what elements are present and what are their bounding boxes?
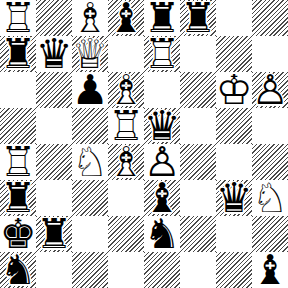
square-h6[interactable]: ♟♙ xyxy=(252,72,288,108)
piece-black-queen: ♛♛ xyxy=(216,180,252,216)
square-b6[interactable] xyxy=(36,72,72,108)
square-c3[interactable] xyxy=(72,180,108,216)
square-f2[interactable] xyxy=(180,216,216,252)
square-g8[interactable] xyxy=(216,0,252,36)
square-b4[interactable] xyxy=(36,144,72,180)
piece-black-rook: ♜♜ xyxy=(0,36,36,72)
piece-white-bishop: ♝♗ xyxy=(108,144,144,180)
square-g1[interactable] xyxy=(216,252,252,288)
piece-glyph: ♜ xyxy=(36,216,72,252)
piece-glyph: ♗ xyxy=(108,144,144,180)
square-f3[interactable] xyxy=(180,180,216,216)
square-a1[interactable]: ♞♞ xyxy=(0,252,36,288)
square-b1[interactable] xyxy=(36,252,72,288)
piece-glyph: ♘ xyxy=(72,144,108,180)
square-g2[interactable] xyxy=(216,216,252,252)
piece-black-knight: ♞♞ xyxy=(0,252,36,288)
square-c1[interactable] xyxy=(72,252,108,288)
piece-glyph: ♝ xyxy=(108,0,144,36)
piece-white-king: ♚♔ xyxy=(216,72,252,108)
piece-glyph: ♛ xyxy=(216,180,252,216)
piece-glyph: ♝ xyxy=(252,252,288,288)
square-h5[interactable] xyxy=(252,108,288,144)
square-b5[interactable] xyxy=(36,108,72,144)
piece-glyph: ♘ xyxy=(252,180,288,216)
square-c2[interactable] xyxy=(72,216,108,252)
square-e7[interactable]: ♜♖ xyxy=(144,36,180,72)
piece-black-rook: ♜♜ xyxy=(36,216,72,252)
square-d2[interactable] xyxy=(108,216,144,252)
square-f5[interactable] xyxy=(180,108,216,144)
piece-glyph: ♞ xyxy=(144,216,180,252)
square-d3[interactable] xyxy=(108,180,144,216)
piece-glyph: ♜ xyxy=(180,0,216,36)
square-a7[interactable]: ♜♜ xyxy=(0,36,36,72)
piece-black-knight: ♞♞ xyxy=(144,216,180,252)
square-h3[interactable]: ♞♘ xyxy=(252,180,288,216)
piece-white-pawn: ♟♙ xyxy=(252,72,288,108)
square-h1[interactable]: ♝♝ xyxy=(252,252,288,288)
piece-glyph: ♖ xyxy=(144,36,180,72)
square-h8[interactable] xyxy=(252,0,288,36)
square-d8[interactable]: ♝♝ xyxy=(108,0,144,36)
piece-white-knight: ♞♘ xyxy=(72,144,108,180)
square-d4[interactable]: ♝♗ xyxy=(108,144,144,180)
square-f4[interactable] xyxy=(180,144,216,180)
square-b7[interactable]: ♛♛ xyxy=(36,36,72,72)
square-a6[interactable] xyxy=(0,72,36,108)
square-d1[interactable] xyxy=(108,252,144,288)
square-f8[interactable]: ♜♜ xyxy=(180,0,216,36)
piece-glyph: ♟ xyxy=(72,72,108,108)
square-g6[interactable]: ♚♔ xyxy=(216,72,252,108)
piece-glyph: ♙ xyxy=(252,72,288,108)
square-f1[interactable] xyxy=(180,252,216,288)
square-c4[interactable]: ♞♘ xyxy=(72,144,108,180)
square-g5[interactable] xyxy=(216,108,252,144)
piece-glyph: ♔ xyxy=(216,72,252,108)
square-f7[interactable] xyxy=(180,36,216,72)
chess-board: ♜♖♝♗♝♝♜♜♜♜♜♜♛♛♛♕♜♖♟♟♝♗♚♔♟♙♜♖♛♛♜♖♞♘♝♗♟♙♜♜… xyxy=(0,0,288,288)
piece-glyph: ♛ xyxy=(36,36,72,72)
square-g3[interactable]: ♛♛ xyxy=(216,180,252,216)
square-c6[interactable]: ♟♟ xyxy=(72,72,108,108)
square-b2[interactable]: ♜♜ xyxy=(36,216,72,252)
piece-white-rook: ♜♖ xyxy=(144,36,180,72)
piece-black-bishop: ♝♝ xyxy=(108,0,144,36)
piece-glyph: ♜ xyxy=(0,36,36,72)
square-f6[interactable] xyxy=(180,72,216,108)
piece-glyph: ♞ xyxy=(0,252,36,288)
piece-black-rook: ♜♜ xyxy=(180,0,216,36)
piece-white-knight: ♞♘ xyxy=(252,180,288,216)
piece-black-pawn: ♟♟ xyxy=(72,72,108,108)
square-e1[interactable] xyxy=(144,252,180,288)
piece-black-bishop: ♝♝ xyxy=(252,252,288,288)
piece-black-queen: ♛♛ xyxy=(36,36,72,72)
square-e2[interactable]: ♞♞ xyxy=(144,216,180,252)
